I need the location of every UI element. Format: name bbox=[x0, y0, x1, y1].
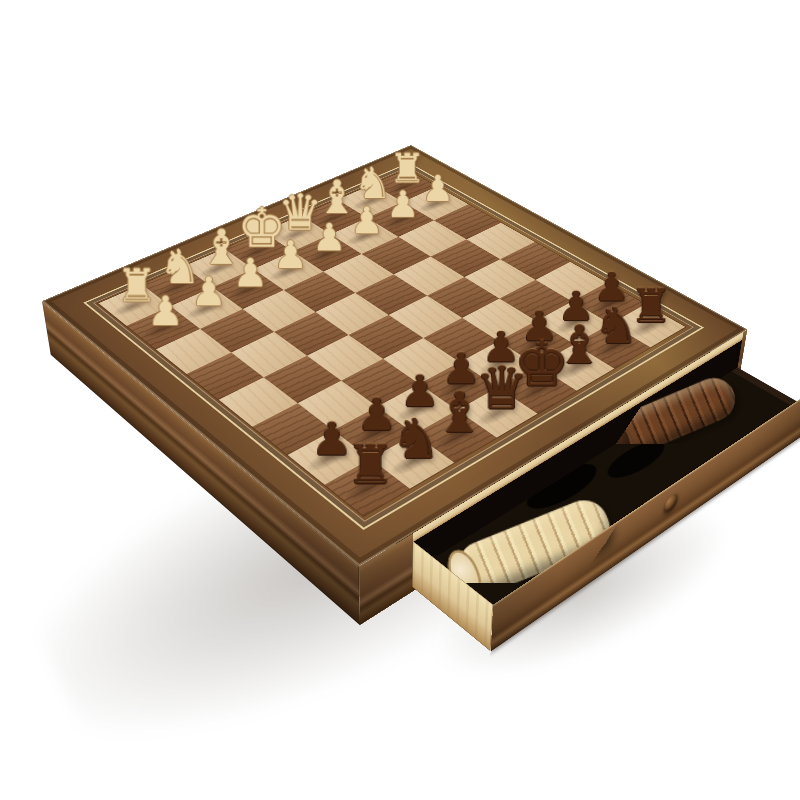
product-photo-scene: ♜♞♝♚♛♝♞♜♟♟♟♟♟♟♟♟♟♟♟♟♟♟♟♟♜♞♝♛♚♝♞♜ bbox=[0, 0, 800, 800]
drawer-knob[interactable] bbox=[663, 491, 679, 515]
piece-black-rook[interactable]: ♜ bbox=[340, 441, 401, 489]
checkers-stack-light[interactable] bbox=[444, 485, 623, 580]
piece-white-pawn[interactable]: ♟ bbox=[139, 293, 192, 329]
